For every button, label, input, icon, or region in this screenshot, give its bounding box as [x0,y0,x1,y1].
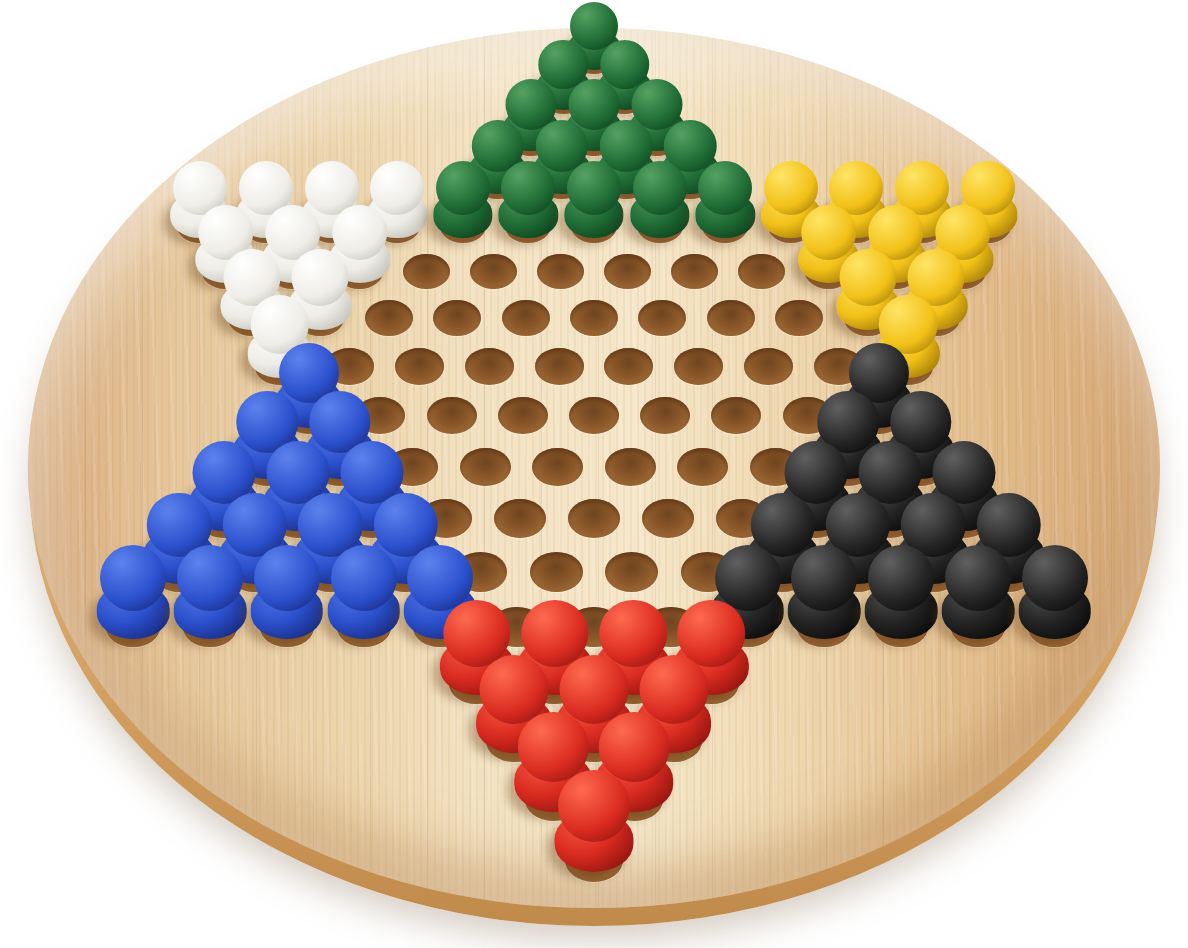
peg-green[interactable] [630,161,689,238]
board-hole[interactable] [605,448,656,486]
board-hole[interactable] [535,348,584,385]
peg-head [254,545,320,611]
peg-head [567,161,621,215]
board-hole[interactable] [537,254,584,289]
peg-black[interactable] [865,545,938,639]
board-hole[interactable] [502,300,550,336]
peg-black[interactable] [788,545,861,639]
board-hole[interactable] [604,254,651,289]
peg-head [100,545,166,611]
board-hole[interactable] [744,348,793,385]
peg-head [501,161,555,215]
peg-red[interactable] [554,770,633,872]
peg-head [331,545,397,611]
board-hole[interactable] [498,397,548,434]
peg-green[interactable] [696,161,755,238]
peg-green[interactable] [433,161,492,238]
peg-head [436,161,490,215]
board-hole[interactable] [427,397,477,434]
board-hole[interactable] [470,254,517,289]
board-hole[interactable] [707,300,755,336]
board-hole[interactable] [532,448,583,486]
peg-head [558,770,630,842]
peg-blue[interactable] [327,545,400,639]
board-hole[interactable] [460,448,511,486]
board-hole[interactable] [570,300,618,336]
board-hole[interactable] [738,254,785,289]
board-hole[interactable] [674,348,723,385]
board-hole[interactable] [395,348,444,385]
peg-blue[interactable] [174,545,247,639]
board-hole[interactable] [465,348,514,385]
peg-head [791,545,857,611]
peg-green[interactable] [564,161,623,238]
peg-head [177,545,243,611]
board-hole[interactable] [677,448,728,486]
peg-blue[interactable] [251,545,324,639]
peg-head [1022,545,1088,611]
peg-head [945,545,1011,611]
peg-head [633,161,687,215]
board-hole[interactable] [530,552,583,592]
peg-black[interactable] [1019,545,1092,639]
board-hole[interactable] [365,300,413,336]
peg-black[interactable] [942,545,1015,639]
board-hole[interactable] [403,254,450,289]
peg-blue[interactable] [97,545,170,639]
peg-head [698,161,752,215]
peg-green[interactable] [499,161,558,238]
board-hole[interactable] [604,348,653,385]
peg-head [868,545,934,611]
photo-scene [0,0,1188,948]
board-hole[interactable] [671,254,718,289]
